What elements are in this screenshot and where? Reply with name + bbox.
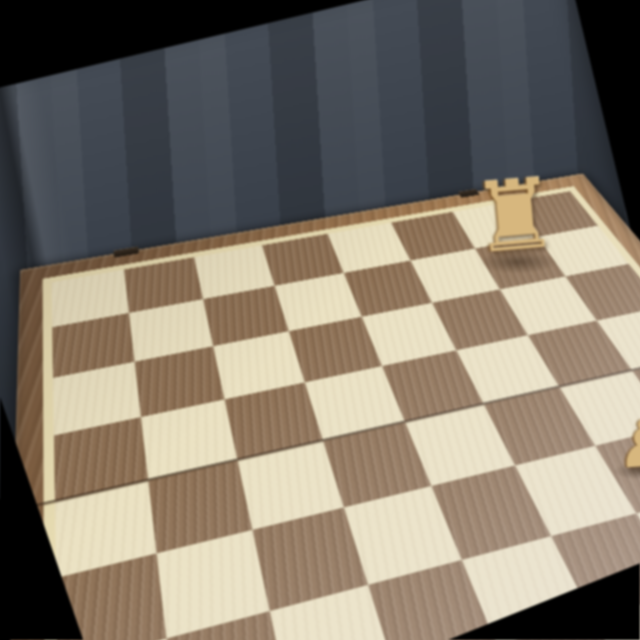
board-grid: [51, 191, 640, 640]
photo: ♜♟: [0, 0, 640, 640]
scene: ♜♟: [0, 0, 640, 640]
